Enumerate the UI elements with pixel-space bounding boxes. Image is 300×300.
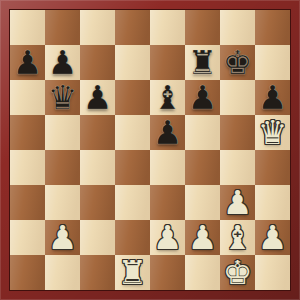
square-a1[interactable]	[10, 255, 45, 290]
square-a3[interactable]	[10, 185, 45, 220]
square-a5[interactable]	[10, 115, 45, 150]
square-b1[interactable]	[45, 255, 80, 290]
square-f3[interactable]	[185, 185, 220, 220]
chess-board-frame: ♟♟♜♚♛♟♝♟♟♟♛♟♟♟♟♝♟♜♚	[0, 0, 300, 300]
white-pawn-h2[interactable]: ♟	[258, 220, 288, 255]
chess-board: ♟♟♜♚♛♟♝♟♟♟♛♟♟♟♟♝♟♜♚	[10, 10, 290, 290]
square-g6[interactable]	[220, 80, 255, 115]
square-d2[interactable]	[115, 220, 150, 255]
white-rook-d1[interactable]: ♜	[118, 255, 148, 290]
square-g5[interactable]	[220, 115, 255, 150]
square-d3[interactable]	[115, 185, 150, 220]
square-h2[interactable]: ♟	[255, 220, 290, 255]
square-c5[interactable]	[80, 115, 115, 150]
white-pawn-f2[interactable]: ♟	[188, 220, 218, 255]
square-g3[interactable]: ♟	[220, 185, 255, 220]
square-f1[interactable]	[185, 255, 220, 290]
square-d6[interactable]	[115, 80, 150, 115]
white-king-g1[interactable]: ♚	[223, 255, 253, 290]
square-f7[interactable]: ♜	[185, 45, 220, 80]
square-h1[interactable]	[255, 255, 290, 290]
black-pawn-h6[interactable]: ♟	[258, 80, 288, 115]
square-e3[interactable]	[150, 185, 185, 220]
square-g1[interactable]: ♚	[220, 255, 255, 290]
square-c8[interactable]	[80, 10, 115, 45]
square-e8[interactable]	[150, 10, 185, 45]
square-b5[interactable]	[45, 115, 80, 150]
white-pawn-b2[interactable]: ♟	[48, 220, 78, 255]
black-pawn-a7[interactable]: ♟	[13, 45, 43, 80]
black-pawn-e5[interactable]: ♟	[153, 115, 183, 150]
black-pawn-b7[interactable]: ♟	[48, 45, 78, 80]
square-h6[interactable]: ♟	[255, 80, 290, 115]
square-h3[interactable]	[255, 185, 290, 220]
square-a8[interactable]	[10, 10, 45, 45]
square-c3[interactable]	[80, 185, 115, 220]
square-a4[interactable]	[10, 150, 45, 185]
square-d4[interactable]	[115, 150, 150, 185]
square-b7[interactable]: ♟	[45, 45, 80, 80]
black-pawn-c6[interactable]: ♟	[83, 80, 113, 115]
square-f6[interactable]: ♟	[185, 80, 220, 115]
square-a6[interactable]	[10, 80, 45, 115]
white-pawn-g3[interactable]: ♟	[223, 185, 253, 220]
white-queen-h5[interactable]: ♛	[258, 115, 288, 150]
black-rook-f7[interactable]: ♜	[188, 45, 218, 80]
square-b2[interactable]: ♟	[45, 220, 80, 255]
square-g7[interactable]: ♚	[220, 45, 255, 80]
square-g8[interactable]	[220, 10, 255, 45]
white-pawn-e2[interactable]: ♟	[153, 220, 183, 255]
square-f5[interactable]	[185, 115, 220, 150]
square-h5[interactable]: ♛	[255, 115, 290, 150]
square-f2[interactable]: ♟	[185, 220, 220, 255]
square-e2[interactable]: ♟	[150, 220, 185, 255]
square-c4[interactable]	[80, 150, 115, 185]
square-e4[interactable]	[150, 150, 185, 185]
square-d1[interactable]: ♜	[115, 255, 150, 290]
square-g4[interactable]	[220, 150, 255, 185]
square-e6[interactable]: ♝	[150, 80, 185, 115]
square-d5[interactable]	[115, 115, 150, 150]
square-c7[interactable]	[80, 45, 115, 80]
square-e5[interactable]: ♟	[150, 115, 185, 150]
square-e1[interactable]	[150, 255, 185, 290]
square-h7[interactable]	[255, 45, 290, 80]
square-f4[interactable]	[185, 150, 220, 185]
square-a7[interactable]: ♟	[10, 45, 45, 80]
square-b8[interactable]	[45, 10, 80, 45]
black-queen-b6[interactable]: ♛	[48, 80, 78, 115]
square-c1[interactable]	[80, 255, 115, 290]
square-b3[interactable]	[45, 185, 80, 220]
square-d8[interactable]	[115, 10, 150, 45]
square-h8[interactable]	[255, 10, 290, 45]
square-b6[interactable]: ♛	[45, 80, 80, 115]
square-e7[interactable]	[150, 45, 185, 80]
square-a2[interactable]	[10, 220, 45, 255]
black-bishop-e6[interactable]: ♝	[153, 80, 183, 115]
square-c2[interactable]	[80, 220, 115, 255]
square-f8[interactable]	[185, 10, 220, 45]
square-b4[interactable]	[45, 150, 80, 185]
square-d7[interactable]	[115, 45, 150, 80]
black-king-g7[interactable]: ♚	[223, 45, 253, 80]
square-h4[interactable]	[255, 150, 290, 185]
square-c6[interactable]: ♟	[80, 80, 115, 115]
white-bishop-g2[interactable]: ♝	[223, 220, 253, 255]
square-g2[interactable]: ♝	[220, 220, 255, 255]
black-pawn-f6[interactable]: ♟	[188, 80, 218, 115]
